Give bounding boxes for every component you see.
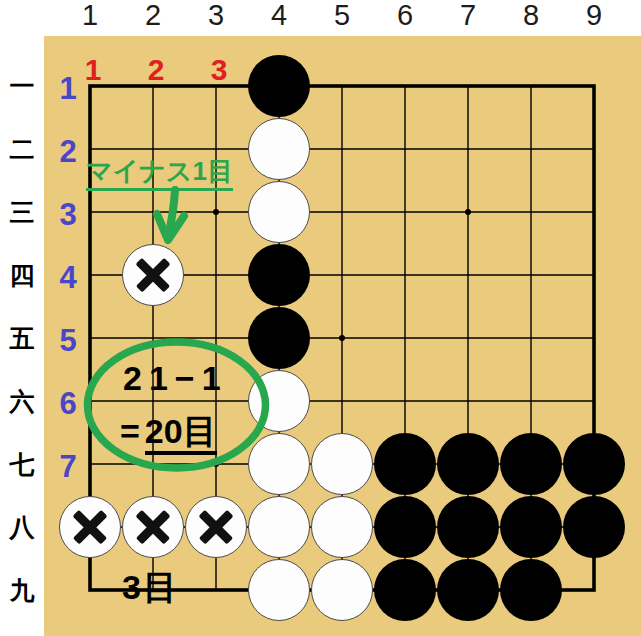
black-stone: [437, 433, 499, 495]
column-label: 7: [460, 1, 476, 30]
row-label-kanji: 四: [10, 263, 35, 288]
column-label: 6: [397, 1, 413, 30]
black-stone: [248, 244, 310, 306]
row-label-kanji: 五: [10, 326, 35, 351]
black-stone: [374, 433, 436, 495]
blue-row-number: 7: [59, 451, 76, 482]
black-stone: [374, 559, 436, 621]
white-stone: [311, 559, 373, 621]
column-label: 1: [82, 1, 98, 30]
column-label: 4: [271, 1, 287, 30]
white-stone: [248, 181, 310, 243]
column-label: 8: [523, 1, 539, 30]
blue-row-number: 5: [59, 325, 76, 356]
black-stone: [248, 55, 310, 117]
blue-row-number: 2: [59, 136, 76, 167]
white-stone: [248, 496, 310, 558]
white-stone: [248, 559, 310, 621]
black-stone: [248, 307, 310, 369]
white-stone-x-marked: [185, 496, 247, 558]
blue-row-number: 4: [59, 262, 76, 293]
red-point-number: 3: [211, 55, 228, 85]
white-stone: [311, 496, 373, 558]
white-stone-x-marked: [122, 244, 184, 306]
calc-expression: 21−1: [123, 360, 228, 397]
row-label-kanji: 一: [10, 74, 35, 99]
row-label-kanji: 八: [10, 515, 35, 540]
white-stone-x-marked: [122, 496, 184, 558]
black-stone: [437, 559, 499, 621]
column-label: 9: [586, 1, 602, 30]
black-stone: [500, 559, 562, 621]
equals-sign: =: [120, 412, 140, 450]
bottom-points-label: 3目: [122, 569, 179, 606]
column-label: 2: [145, 1, 161, 30]
white-stone: [248, 433, 310, 495]
black-stone: [500, 496, 562, 558]
black-stone: [500, 433, 562, 495]
calc-result-line: =20目: [120, 413, 217, 450]
row-label-kanji: 七: [10, 452, 35, 477]
row-label-kanji: 三: [10, 200, 35, 225]
white-stone: [311, 433, 373, 495]
column-label: 3: [208, 1, 224, 30]
row-label-kanji: 六: [10, 389, 35, 414]
blue-row-number: 1: [59, 73, 76, 104]
calc-result: 20目: [145, 412, 217, 455]
black-stone: [563, 496, 625, 558]
black-stone: [437, 496, 499, 558]
minus-one-point-label: マイナス1目: [86, 157, 233, 191]
go-diagram: マイナス1目 21−1 =20目 3目 123456789一二三四五六七八九12…: [0, 0, 641, 636]
row-label-kanji: 二: [10, 137, 35, 162]
white-stone: [248, 370, 310, 432]
blue-row-number: 6: [59, 388, 76, 419]
row-label-kanji: 九: [10, 578, 35, 603]
white-stone: [248, 118, 310, 180]
blue-row-number: 3: [59, 199, 76, 230]
column-label: 5: [334, 1, 350, 30]
black-stone: [563, 433, 625, 495]
black-stone: [374, 496, 436, 558]
red-point-number: 2: [148, 55, 165, 85]
red-point-number: 1: [85, 55, 102, 85]
white-stone-x-marked: [59, 496, 121, 558]
